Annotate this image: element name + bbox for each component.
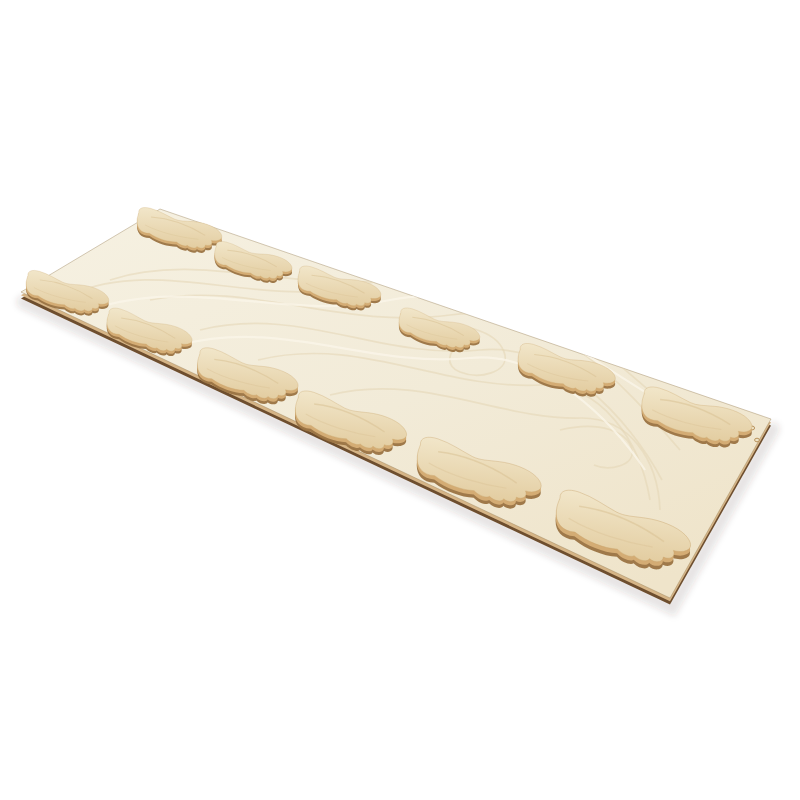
drill-hole [755,438,760,442]
footprint-board-scene [0,0,800,800]
product-photo [0,0,800,800]
